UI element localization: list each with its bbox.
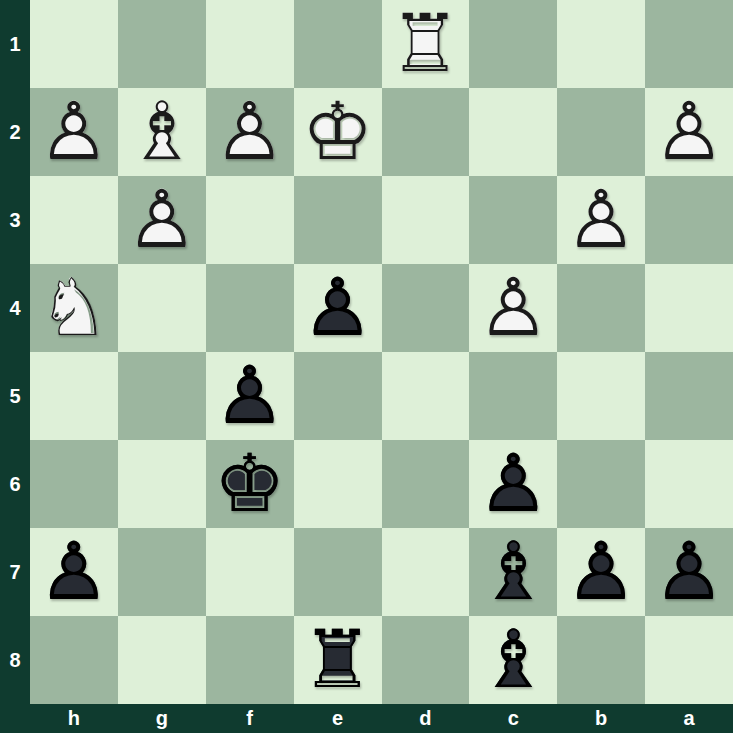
piece-white-pawn[interactable]: ♟♙ (557, 176, 645, 264)
piece-white-pawn[interactable]: ♟♙ (206, 88, 294, 176)
square-c5[interactable] (469, 352, 557, 440)
rank-label-2: 2 (0, 88, 30, 176)
white-bishop-outline-icon: ♗ (118, 88, 206, 176)
square-g2[interactable]: ♝♗ (118, 88, 206, 176)
black-pawn-outline-icon: ♙ (557, 528, 645, 616)
square-b2[interactable] (557, 88, 645, 176)
piece-black-pawn[interactable]: ♟♙ (206, 352, 294, 440)
square-b8[interactable] (557, 616, 645, 704)
piece-white-pawn[interactable]: ♟♙ (469, 264, 557, 352)
white-pawn-outline-icon: ♙ (206, 88, 294, 176)
square-f1[interactable] (206, 0, 294, 88)
square-e1[interactable] (294, 0, 382, 88)
piece-white-king[interactable]: ♚♔ (294, 88, 382, 176)
square-d1[interactable]: ♜♖ (382, 0, 470, 88)
rank-label-4: 4 (0, 264, 30, 352)
square-a4[interactable] (645, 264, 733, 352)
white-pawn-outline-icon: ♙ (469, 264, 557, 352)
white-pawn-outline-icon: ♙ (557, 176, 645, 264)
square-c8[interactable]: ♝♗ (469, 616, 557, 704)
square-c2[interactable] (469, 88, 557, 176)
rank-label-1: 1 (0, 0, 30, 88)
chess-board: 1♜♖2♟♙♝♗♟♙♚♔♟♙3♟♙♟♙4♞♘♟♙♟♙5♟♙6♚♔♟♙7♟♙♝♗♟… (0, 0, 733, 733)
square-d4[interactable] (382, 264, 470, 352)
white-pawn-outline-icon: ♙ (118, 176, 206, 264)
piece-white-knight[interactable]: ♞♘ (30, 264, 118, 352)
square-a6[interactable] (645, 440, 733, 528)
square-f2[interactable]: ♟♙ (206, 88, 294, 176)
square-a1[interactable] (645, 0, 733, 88)
black-pawn-outline-icon: ♙ (294, 264, 382, 352)
black-bishop-outline-icon: ♗ (469, 616, 557, 704)
file-label-h: h (30, 704, 118, 733)
white-king-outline-icon: ♔ (294, 88, 382, 176)
square-e4[interactable]: ♟♙ (294, 264, 382, 352)
piece-white-pawn[interactable]: ♟♙ (30, 88, 118, 176)
square-e7[interactable] (294, 528, 382, 616)
square-b4[interactable] (557, 264, 645, 352)
piece-black-pawn[interactable]: ♟♙ (557, 528, 645, 616)
square-d3[interactable] (382, 176, 470, 264)
square-f8[interactable] (206, 616, 294, 704)
square-g3[interactable]: ♟♙ (118, 176, 206, 264)
piece-black-pawn[interactable]: ♟♙ (294, 264, 382, 352)
square-f3[interactable] (206, 176, 294, 264)
square-h3[interactable] (30, 176, 118, 264)
square-c4[interactable]: ♟♙ (469, 264, 557, 352)
square-a7[interactable]: ♟♙ (645, 528, 733, 616)
rank-label-6: 6 (0, 440, 30, 528)
square-h7[interactable]: ♟♙ (30, 528, 118, 616)
piece-white-rook[interactable]: ♜♖ (382, 0, 470, 88)
piece-black-pawn[interactable]: ♟♙ (30, 528, 118, 616)
square-e2[interactable]: ♚♔ (294, 88, 382, 176)
file-label-d: d (382, 704, 470, 733)
black-king-outline-icon: ♔ (206, 440, 294, 528)
square-g6[interactable] (118, 440, 206, 528)
square-d5[interactable] (382, 352, 470, 440)
black-pawn-outline-icon: ♙ (30, 528, 118, 616)
gutter-corner (0, 704, 30, 733)
square-f5[interactable]: ♟♙ (206, 352, 294, 440)
square-h4[interactable]: ♞♘ (30, 264, 118, 352)
file-label-a: a (645, 704, 733, 733)
rank-label-3: 3 (0, 176, 30, 264)
piece-black-bishop[interactable]: ♝♗ (469, 616, 557, 704)
white-knight-outline-icon: ♘ (30, 264, 118, 352)
square-h6[interactable] (30, 440, 118, 528)
square-h5[interactable] (30, 352, 118, 440)
square-a3[interactable] (645, 176, 733, 264)
piece-black-bishop[interactable]: ♝♗ (469, 528, 557, 616)
piece-black-pawn[interactable]: ♟♙ (469, 440, 557, 528)
square-c7[interactable]: ♝♗ (469, 528, 557, 616)
file-label-g: g (118, 704, 206, 733)
piece-black-king[interactable]: ♚♔ (206, 440, 294, 528)
square-b3[interactable]: ♟♙ (557, 176, 645, 264)
square-c3[interactable] (469, 176, 557, 264)
file-label-f: f (206, 704, 294, 733)
file-label-c: c (469, 704, 557, 733)
square-f6[interactable]: ♚♔ (206, 440, 294, 528)
square-a8[interactable] (645, 616, 733, 704)
rank-label-8: 8 (0, 616, 30, 704)
square-h8[interactable] (30, 616, 118, 704)
black-pawn-outline-icon: ♙ (645, 528, 733, 616)
square-e6[interactable] (294, 440, 382, 528)
square-b7[interactable]: ♟♙ (557, 528, 645, 616)
square-d8[interactable] (382, 616, 470, 704)
rank-label-7: 7 (0, 528, 30, 616)
square-c6[interactable]: ♟♙ (469, 440, 557, 528)
square-g4[interactable] (118, 264, 206, 352)
square-g7[interactable] (118, 528, 206, 616)
square-c1[interactable] (469, 0, 557, 88)
square-e3[interactable] (294, 176, 382, 264)
square-d7[interactable] (382, 528, 470, 616)
square-e8[interactable]: ♜♖ (294, 616, 382, 704)
piece-black-pawn[interactable]: ♟♙ (645, 528, 733, 616)
piece-white-bishop[interactable]: ♝♗ (118, 88, 206, 176)
white-rook-outline-icon: ♖ (382, 0, 470, 88)
black-bishop-outline-icon: ♗ (469, 528, 557, 616)
black-pawn-outline-icon: ♙ (469, 440, 557, 528)
square-g1[interactable] (118, 0, 206, 88)
rank-label-5: 5 (0, 352, 30, 440)
square-g8[interactable] (118, 616, 206, 704)
square-h1[interactable] (30, 0, 118, 88)
square-d6[interactable] (382, 440, 470, 528)
black-rook-outline-icon: ♖ (294, 616, 382, 704)
piece-white-pawn[interactable]: ♟♙ (645, 88, 733, 176)
black-pawn-outline-icon: ♙ (206, 352, 294, 440)
square-d2[interactable] (382, 88, 470, 176)
piece-white-pawn[interactable]: ♟♙ (118, 176, 206, 264)
square-b6[interactable] (557, 440, 645, 528)
square-h2[interactable]: ♟♙ (30, 88, 118, 176)
square-a2[interactable]: ♟♙ (645, 88, 733, 176)
file-label-e: e (294, 704, 382, 733)
square-b1[interactable] (557, 0, 645, 88)
square-e5[interactable] (294, 352, 382, 440)
white-pawn-outline-icon: ♙ (645, 88, 733, 176)
square-g5[interactable] (118, 352, 206, 440)
square-a5[interactable] (645, 352, 733, 440)
square-f4[interactable] (206, 264, 294, 352)
square-b5[interactable] (557, 352, 645, 440)
piece-black-rook[interactable]: ♜♖ (294, 616, 382, 704)
white-pawn-outline-icon: ♙ (30, 88, 118, 176)
square-f7[interactable] (206, 528, 294, 616)
file-label-b: b (557, 704, 645, 733)
